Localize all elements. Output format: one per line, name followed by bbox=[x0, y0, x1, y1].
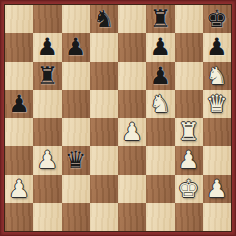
square-b3[interactable]: ♟ bbox=[33, 146, 61, 174]
square-d3[interactable] bbox=[90, 146, 118, 174]
square-f2[interactable] bbox=[146, 175, 174, 203]
black-pawn-c7[interactable]: ♟ bbox=[65, 35, 87, 59]
chess-board: ♞♜♚♟♟♟♟♜♟♞♟♞♛♟♜♟♛♟♟♚♟ bbox=[4, 4, 232, 232]
square-g3[interactable]: ♟ bbox=[175, 146, 203, 174]
square-a8[interactable] bbox=[5, 5, 33, 33]
board-frame: ♞♜♚♟♟♟♟♜♟♞♟♞♛♟♜♟♛♟♟♚♟ bbox=[0, 0, 236, 236]
square-f6[interactable]: ♟ bbox=[146, 62, 174, 90]
square-f1[interactable] bbox=[146, 203, 174, 231]
black-pawn-h7[interactable]: ♟ bbox=[206, 35, 228, 59]
white-pawn-e4[interactable]: ♟ bbox=[121, 120, 143, 144]
square-d5[interactable] bbox=[90, 90, 118, 118]
square-d1[interactable] bbox=[90, 203, 118, 231]
square-a2[interactable]: ♟ bbox=[5, 175, 33, 203]
square-e8[interactable] bbox=[118, 5, 146, 33]
square-a5[interactable]: ♟ bbox=[5, 90, 33, 118]
square-e2[interactable] bbox=[118, 175, 146, 203]
square-e1[interactable] bbox=[118, 203, 146, 231]
square-c3[interactable]: ♛ bbox=[62, 146, 90, 174]
square-b1[interactable] bbox=[33, 203, 61, 231]
square-b5[interactable] bbox=[33, 90, 61, 118]
square-g4[interactable]: ♜ bbox=[175, 118, 203, 146]
square-c7[interactable]: ♟ bbox=[62, 33, 90, 61]
square-f8[interactable]: ♜ bbox=[146, 5, 174, 33]
square-f3[interactable] bbox=[146, 146, 174, 174]
square-d2[interactable] bbox=[90, 175, 118, 203]
square-h4[interactable] bbox=[203, 118, 231, 146]
black-rook-b6[interactable]: ♜ bbox=[37, 64, 59, 88]
white-knight-h6[interactable]: ♞ bbox=[206, 64, 228, 88]
square-b6[interactable]: ♜ bbox=[33, 62, 61, 90]
square-e7[interactable] bbox=[118, 33, 146, 61]
square-c6[interactable] bbox=[62, 62, 90, 90]
square-h2[interactable]: ♟ bbox=[203, 175, 231, 203]
square-c5[interactable] bbox=[62, 90, 90, 118]
square-g7[interactable] bbox=[175, 33, 203, 61]
square-g5[interactable] bbox=[175, 90, 203, 118]
square-d4[interactable] bbox=[90, 118, 118, 146]
square-c2[interactable] bbox=[62, 175, 90, 203]
square-d8[interactable]: ♞ bbox=[90, 5, 118, 33]
square-e3[interactable] bbox=[118, 146, 146, 174]
square-f7[interactable]: ♟ bbox=[146, 33, 174, 61]
square-d7[interactable] bbox=[90, 33, 118, 61]
square-e6[interactable] bbox=[118, 62, 146, 90]
square-h5[interactable]: ♛ bbox=[203, 90, 231, 118]
black-king-h8[interactable]: ♚ bbox=[206, 7, 228, 31]
black-pawn-a5[interactable]: ♟ bbox=[8, 92, 30, 116]
square-e5[interactable] bbox=[118, 90, 146, 118]
white-pawn-g3[interactable]: ♟ bbox=[178, 148, 200, 172]
square-f4[interactable] bbox=[146, 118, 174, 146]
black-pawn-f6[interactable]: ♟ bbox=[150, 64, 172, 88]
square-h1[interactable] bbox=[203, 203, 231, 231]
black-pawn-f7[interactable]: ♟ bbox=[150, 35, 172, 59]
square-h3[interactable] bbox=[203, 146, 231, 174]
white-knight-f5[interactable]: ♞ bbox=[150, 92, 172, 116]
white-king-g2[interactable]: ♚ bbox=[178, 177, 200, 201]
square-g2[interactable]: ♚ bbox=[175, 175, 203, 203]
square-b2[interactable] bbox=[33, 175, 61, 203]
white-pawn-b3[interactable]: ♟ bbox=[37, 148, 59, 172]
square-a1[interactable] bbox=[5, 203, 33, 231]
square-g8[interactable] bbox=[175, 5, 203, 33]
square-a4[interactable] bbox=[5, 118, 33, 146]
black-rook-f8[interactable]: ♜ bbox=[150, 7, 172, 31]
square-d6[interactable] bbox=[90, 62, 118, 90]
square-a6[interactable] bbox=[5, 62, 33, 90]
white-pawn-h2[interactable]: ♟ bbox=[206, 177, 228, 201]
square-c4[interactable] bbox=[62, 118, 90, 146]
square-h7[interactable]: ♟ bbox=[203, 33, 231, 61]
square-h6[interactable]: ♞ bbox=[203, 62, 231, 90]
white-pawn-a2[interactable]: ♟ bbox=[8, 177, 30, 201]
black-pawn-b7[interactable]: ♟ bbox=[37, 35, 59, 59]
square-a7[interactable] bbox=[5, 33, 33, 61]
white-queen-h5[interactable]: ♛ bbox=[206, 92, 228, 116]
square-f5[interactable]: ♞ bbox=[146, 90, 174, 118]
square-e4[interactable]: ♟ bbox=[118, 118, 146, 146]
white-rook-g4[interactable]: ♜ bbox=[178, 120, 200, 144]
square-g6[interactable] bbox=[175, 62, 203, 90]
square-b4[interactable] bbox=[33, 118, 61, 146]
square-c8[interactable] bbox=[62, 5, 90, 33]
square-h8[interactable]: ♚ bbox=[203, 5, 231, 33]
square-b8[interactable] bbox=[33, 5, 61, 33]
square-g1[interactable] bbox=[175, 203, 203, 231]
square-a3[interactable] bbox=[5, 146, 33, 174]
black-queen-c3[interactable]: ♛ bbox=[65, 148, 87, 172]
square-b7[interactable]: ♟ bbox=[33, 33, 61, 61]
black-knight-d8[interactable]: ♞ bbox=[93, 7, 115, 31]
square-c1[interactable] bbox=[62, 203, 90, 231]
